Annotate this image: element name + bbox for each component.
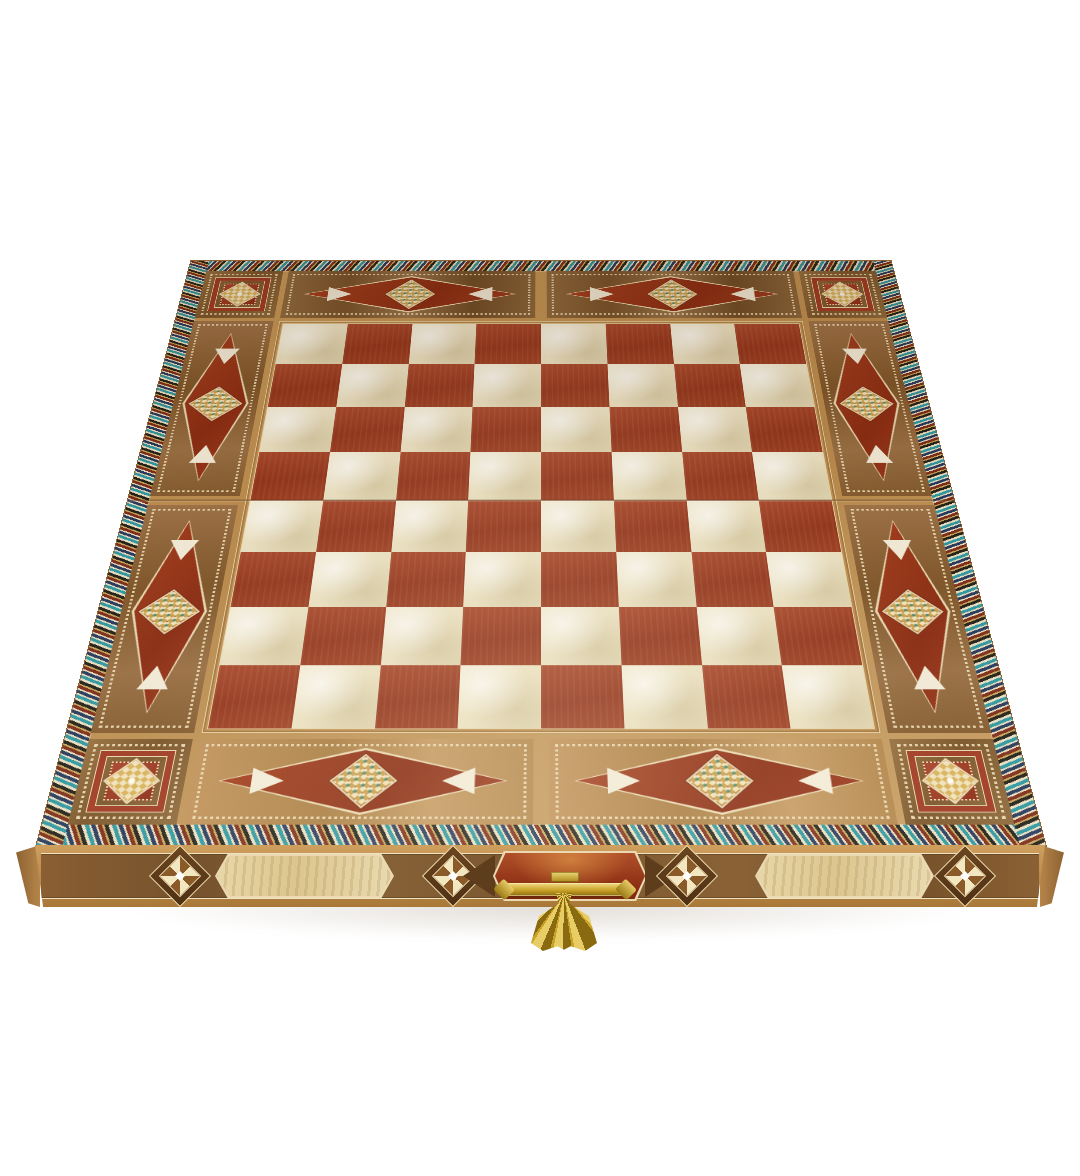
square-g5[interactable] [682,452,759,500]
square-f6[interactable] [609,407,682,452]
square-g7[interactable] [674,364,746,407]
square-e6[interactable] [541,407,611,452]
ash-hexagon-inlay [217,856,392,896]
square-a1[interactable] [208,665,300,728]
square-f4[interactable] [614,500,691,551]
square-g1[interactable] [702,665,791,728]
square-d6[interactable] [471,407,541,452]
square-f1[interactable] [621,665,707,728]
product-photo-stage [0,0,1080,1176]
square-f2[interactable] [619,607,702,666]
square-b5[interactable] [323,452,400,500]
mosaic-stripe-border-top [188,261,894,272]
square-a7[interactable] [268,364,342,407]
square-c6[interactable] [400,407,473,452]
eye-medallion [212,748,508,815]
square-f5[interactable] [611,452,686,500]
square-g8[interactable] [670,324,740,364]
hexagon-fill [757,856,932,896]
corner-medallion-bottom-right [889,739,1014,825]
square-g2[interactable] [696,607,782,666]
square-c1[interactable] [375,665,461,728]
border-panel-bottom-right [549,739,898,825]
square-d8[interactable] [475,324,541,364]
square-b8[interactable] [342,324,412,364]
square-h5[interactable] [752,452,831,500]
square-d1[interactable] [458,665,541,728]
square-h7[interactable] [740,364,814,407]
square-a5[interactable] [250,452,329,500]
square-h8[interactable] [734,324,806,364]
ash-hexagon-inlay [757,856,932,896]
border-panel-top-left [280,271,535,317]
square-e5[interactable] [541,452,614,500]
square-g3[interactable] [691,552,774,607]
square-a6[interactable] [259,407,336,452]
box-side-right [1040,845,1066,907]
square-b6[interactable] [330,407,405,452]
square-d7[interactable] [473,364,541,407]
square-e7[interactable] [541,364,609,407]
checkerboard [208,324,874,729]
corner-medallion-bottom-left [68,739,193,825]
border-panel-bottom-left [184,739,533,825]
square-b7[interactable] [336,364,408,407]
corner-medallion-top-left [195,271,283,317]
square-h6[interactable] [746,407,823,452]
square-e1[interactable] [541,665,624,728]
square-c5[interactable] [396,452,471,500]
square-g6[interactable] [678,407,753,452]
square-f8[interactable] [605,324,673,364]
square-f3[interactable] [616,552,696,607]
square-h3[interactable] [766,552,851,607]
square-b1[interactable] [291,665,380,728]
square-a8[interactable] [276,324,348,364]
square-b3[interactable] [308,552,391,607]
board-field [68,271,1015,824]
square-f7[interactable] [607,364,677,407]
square-b2[interactable] [300,607,386,666]
square-a3[interactable] [231,552,316,607]
square-e2[interactable] [541,607,621,666]
square-d4[interactable] [466,500,541,551]
board-top [35,260,1047,847]
square-h1[interactable] [782,665,874,728]
box-front-face [35,845,1045,907]
brass-latch-plate [551,872,579,882]
square-d5[interactable] [468,452,541,500]
box-side-left [14,845,40,907]
square-e8[interactable] [541,324,607,364]
square-d2[interactable] [461,607,541,666]
square-a2[interactable] [220,607,309,666]
checkerboard-frame [202,321,881,733]
square-c7[interactable] [404,364,474,407]
square-b4[interactable] [316,500,396,551]
star-diamond-inlay [151,847,209,905]
star-diamond-inlay [936,847,994,905]
star-diamond-inlay [658,847,716,905]
eye-medallion [574,748,870,815]
corner-medallion-top-right [799,271,887,317]
square-c8[interactable] [408,324,476,364]
square-e3[interactable] [541,552,619,607]
square-c4[interactable] [391,500,468,551]
eye-medallion [565,276,782,312]
hexagon-fill [217,856,392,896]
eye-medallion [300,276,517,312]
square-h2[interactable] [774,607,863,666]
square-h4[interactable] [759,500,841,551]
square-d3[interactable] [463,552,541,607]
square-a4[interactable] [241,500,323,551]
square-e4[interactable] [541,500,616,551]
mosaic-stripe-border-bottom [36,825,1046,846]
square-c3[interactable] [386,552,466,607]
border-panel-top-right [547,271,802,317]
square-c2[interactable] [380,607,463,666]
square-g4[interactable] [686,500,766,551]
